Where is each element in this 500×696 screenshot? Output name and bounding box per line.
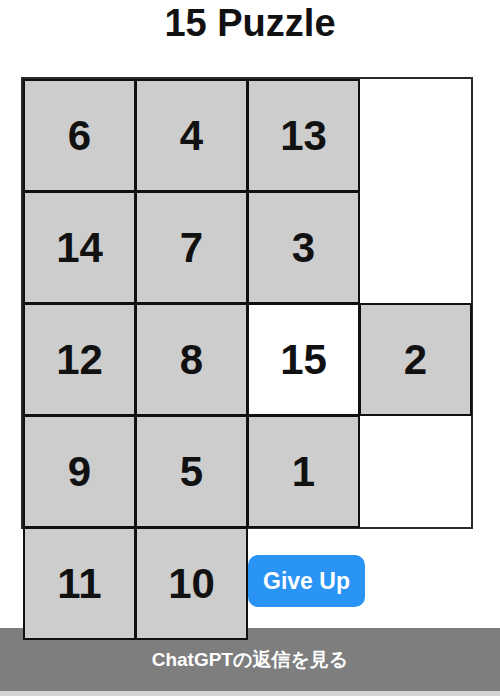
tile-3[interactable]: 3 — [247, 191, 360, 304]
tile-9[interactable]: 9 — [23, 415, 136, 528]
tile-14[interactable]: 14 — [23, 191, 136, 304]
tile-7[interactable]: 7 — [135, 191, 248, 304]
tile-12[interactable]: 12 — [23, 303, 136, 416]
tile-13[interactable]: 13 — [247, 79, 360, 192]
tile-5[interactable]: 5 — [135, 415, 248, 528]
tile-10[interactable]: 10 — [135, 527, 248, 640]
tile-2[interactable]: 2 — [359, 303, 472, 416]
tile-15[interactable]: 15 — [247, 303, 360, 416]
tile-8[interactable]: 8 — [135, 303, 248, 416]
give-up-button[interactable]: Give Up — [248, 555, 365, 607]
tile-11[interactable]: 11 — [23, 527, 136, 640]
tile-6[interactable]: 6 — [23, 79, 136, 192]
tile-1[interactable]: 1 — [247, 415, 360, 528]
footer-bottom-strip — [0, 691, 500, 696]
board: 641314731281529511110 — [21, 77, 473, 529]
page-title: 15 Puzzle — [0, 2, 500, 45]
tile-4[interactable]: 4 — [135, 79, 248, 192]
footer-label: ChatGPTの返信を見る — [152, 647, 349, 673]
